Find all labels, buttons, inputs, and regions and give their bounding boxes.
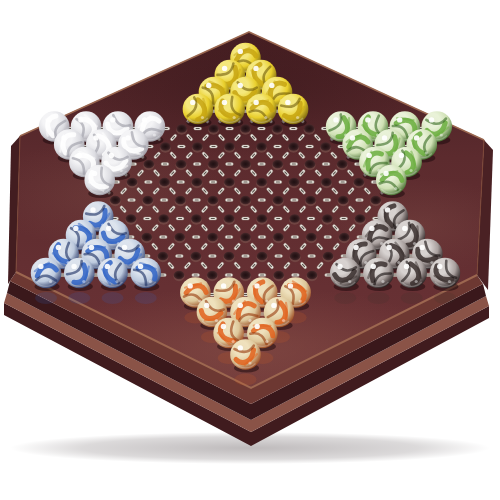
inlay-dash [193, 199, 201, 202]
inlay-dash [356, 199, 364, 202]
inlay-dash [225, 236, 233, 239]
inlay-dash [275, 255, 283, 258]
board-hole[interactable] [289, 214, 300, 223]
board-hole[interactable] [110, 196, 121, 205]
inlay-dash [209, 181, 217, 184]
board-hole[interactable] [191, 252, 202, 261]
marble-blue[interactable] [64, 258, 95, 289]
board-hole[interactable] [224, 142, 235, 151]
marble-black[interactable] [430, 258, 461, 289]
board-hole[interactable] [224, 214, 235, 223]
inlay-dash [143, 217, 151, 220]
marble-yellow[interactable] [214, 94, 245, 125]
inlay-dash [307, 217, 315, 220]
inlay-dash [209, 217, 217, 220]
inlay-dash [225, 163, 233, 166]
inlay-dash [192, 274, 200, 277]
chinese-checkers-photo [0, 0, 500, 500]
inlay-dash [242, 181, 250, 184]
inlay-dash [258, 127, 266, 130]
inlay-dash [225, 199, 233, 202]
board-hole[interactable] [240, 271, 251, 280]
board-hole[interactable] [176, 124, 187, 133]
board-hole[interactable] [160, 142, 171, 151]
inlay-dash [258, 163, 266, 166]
board-hole[interactable] [126, 214, 137, 223]
board-hole[interactable] [322, 214, 333, 223]
inlay-dash [226, 127, 234, 130]
marble-orange[interactable] [230, 339, 261, 370]
marble-black[interactable] [363, 258, 394, 289]
inlay-dash [159, 236, 167, 239]
board-hole[interactable] [288, 142, 299, 151]
board-hole[interactable] [158, 214, 169, 223]
inlay-dash [194, 127, 202, 130]
inlay-dash [258, 236, 266, 239]
inlay-dash [290, 163, 298, 166]
inlay-dash [291, 274, 299, 277]
inlay-dash [176, 217, 184, 220]
board-hole[interactable] [305, 160, 316, 169]
marble-blue[interactable] [97, 258, 128, 289]
inlay-dash [324, 236, 332, 239]
marble-black[interactable] [330, 258, 361, 289]
inlay-dash [160, 199, 168, 202]
board-hole[interactable] [256, 178, 267, 187]
marble-yellow[interactable] [278, 94, 309, 125]
board-hole[interactable] [176, 160, 187, 169]
inlay-dash [225, 274, 233, 277]
inlay-dash [175, 255, 183, 258]
inlay-dash [128, 199, 136, 202]
board-hole[interactable] [192, 178, 203, 187]
board-hole[interactable] [142, 233, 153, 242]
board-hole[interactable] [174, 233, 185, 242]
board-hole[interactable] [307, 271, 318, 280]
board-hole[interactable] [192, 142, 203, 151]
board-hole[interactable] [240, 160, 251, 169]
board-hole[interactable] [273, 271, 284, 280]
board-hole[interactable] [159, 178, 170, 187]
inlay-dash [178, 145, 186, 148]
board-hole[interactable] [224, 252, 235, 261]
chinese-checkers-board [0, 0, 500, 500]
inlay-dash [306, 145, 314, 148]
board-hole[interactable] [273, 196, 284, 205]
board-hole[interactable] [337, 160, 348, 169]
board-hole[interactable] [338, 196, 349, 205]
board-hole[interactable] [240, 124, 251, 133]
board-hole[interactable] [290, 252, 301, 261]
board-hole[interactable] [174, 271, 185, 280]
board-hole[interactable] [323, 252, 334, 261]
inlay-dash [274, 181, 282, 184]
board-hole[interactable] [304, 124, 315, 133]
board-hole[interactable] [272, 124, 283, 133]
inlay-dash [161, 163, 169, 166]
board-hole[interactable] [224, 178, 235, 187]
board-hole[interactable] [257, 252, 268, 261]
inlay-dash [289, 127, 297, 130]
board-hole[interactable] [370, 196, 381, 205]
board-hole[interactable] [354, 178, 365, 187]
marble-blue[interactable] [31, 258, 62, 289]
board-hole[interactable] [272, 160, 283, 169]
inlay-dash [340, 217, 348, 220]
inlay-dash [193, 163, 201, 166]
inlay-dash [242, 145, 250, 148]
board-hole[interactable] [339, 233, 350, 242]
board-hole[interactable] [207, 271, 218, 280]
inlay-dash [274, 217, 282, 220]
marble-blue[interactable] [130, 258, 161, 289]
board-hole[interactable] [321, 178, 332, 187]
inlay-dash [177, 181, 185, 184]
inlay-dash [308, 255, 316, 258]
inlay-dash [339, 181, 347, 184]
board-hole[interactable] [257, 214, 268, 223]
marble-white[interactable] [84, 165, 115, 196]
inlay-dash [258, 199, 266, 202]
board-hole[interactable] [158, 252, 169, 261]
inlay-dash [322, 163, 330, 166]
inlay-dash [291, 236, 299, 239]
marble-yellow[interactable] [183, 94, 214, 125]
board-hole[interactable] [191, 214, 202, 223]
inlay-dash [274, 145, 282, 148]
marble-green[interactable] [376, 165, 407, 196]
board-hole[interactable] [208, 160, 219, 169]
inlay-dash [242, 217, 250, 220]
board-hole[interactable] [305, 196, 316, 205]
board-hole[interactable] [306, 233, 317, 242]
inlay-dash [323, 199, 331, 202]
board-hole[interactable] [208, 124, 219, 133]
marble-black[interactable] [396, 258, 427, 289]
inlay-dash [210, 145, 218, 148]
board-hole[interactable] [144, 160, 155, 169]
board-hole[interactable] [240, 233, 251, 242]
board-hole[interactable] [143, 196, 154, 205]
inlay-dash [242, 255, 250, 258]
inlay-dash [258, 274, 266, 277]
board-hole[interactable] [289, 178, 300, 187]
board-hole[interactable] [175, 196, 186, 205]
marble-yellow[interactable] [246, 94, 277, 125]
inlay-dash [192, 236, 200, 239]
inlay-dash [209, 255, 217, 258]
board-hole[interactable] [256, 142, 267, 151]
board-hole[interactable] [273, 233, 284, 242]
inlay-dash [306, 181, 314, 184]
board-hole[interactable] [127, 178, 138, 187]
inlay-dash [290, 199, 298, 202]
inlay-dash [144, 181, 152, 184]
board-hole[interactable] [208, 196, 219, 205]
board-hole[interactable] [240, 196, 251, 205]
board-hole[interactable] [320, 142, 331, 151]
board-hole[interactable] [207, 233, 218, 242]
board-hole[interactable] [355, 214, 366, 223]
